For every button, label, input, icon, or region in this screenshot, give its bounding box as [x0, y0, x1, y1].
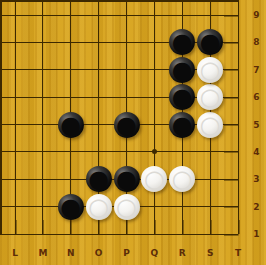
- intersection-P1[interactable]: [113, 220, 141, 247]
- intersection-T8[interactable]: [224, 29, 252, 56]
- intersection-M5[interactable]: [29, 111, 57, 138]
- intersection-L5[interactable]: [1, 111, 29, 138]
- intersection-S2[interactable]: [196, 193, 224, 220]
- white-stone-S6: ○: [197, 84, 223, 110]
- white-stone-glyph: ○: [200, 84, 221, 110]
- row-label-7: 7: [253, 65, 259, 75]
- intersection-T4[interactable]: [224, 138, 252, 165]
- row-label-3: 3: [253, 174, 259, 184]
- intersection-R4[interactable]: [168, 138, 196, 165]
- viewport-crop-border-top: [0, 0, 239, 2]
- intersection-O4[interactable]: [85, 138, 113, 165]
- intersection-P7[interactable]: [113, 56, 141, 83]
- white-stone-P2: ○: [114, 194, 140, 220]
- intersection-M3[interactable]: [29, 166, 57, 193]
- intersection-N4[interactable]: [57, 138, 85, 165]
- white-stone-glyph: ○: [88, 194, 109, 220]
- column-label-L: L: [12, 248, 18, 258]
- intersection-O7[interactable]: [85, 56, 113, 83]
- intersection-Q6[interactable]: [140, 83, 168, 110]
- white-stone-glyph: ○: [172, 166, 193, 192]
- intersection-P9[interactable]: [113, 1, 141, 28]
- black-stone-glyph: ●: [200, 29, 221, 55]
- black-stone-P5: ●: [114, 112, 140, 138]
- intersection-N6[interactable]: [57, 83, 85, 110]
- go-board[interactable]: ●●●●●●●●●●○○○○○○○ LMNOPQRST987654321: [0, 0, 266, 265]
- intersection-T1[interactable]: [224, 220, 252, 247]
- intersection-O8[interactable]: [85, 29, 113, 56]
- black-stone-glyph: ●: [172, 112, 193, 138]
- black-stone-glyph: ●: [60, 194, 81, 220]
- intersection-T2[interactable]: [224, 193, 252, 220]
- column-label-T: T: [235, 248, 241, 258]
- black-stone-R8: ●: [169, 29, 195, 55]
- black-stone-R5: ●: [169, 112, 195, 138]
- row-label-5: 5: [253, 120, 259, 130]
- white-stone-R3: ○: [169, 166, 195, 192]
- intersection-R2[interactable]: [168, 193, 196, 220]
- intersection-S1[interactable]: [196, 220, 224, 247]
- intersection-M4[interactable]: [29, 138, 57, 165]
- intersection-P8[interactable]: [113, 29, 141, 56]
- intersection-L7[interactable]: [1, 56, 29, 83]
- column-label-S: S: [207, 248, 213, 258]
- row-label-1: 1: [253, 229, 259, 239]
- black-stone-R6: ●: [169, 84, 195, 110]
- intersection-O1[interactable]: [85, 220, 113, 247]
- column-label-M: M: [38, 248, 47, 258]
- white-stone-glyph: ○: [144, 166, 165, 192]
- black-stone-N5: ●: [58, 112, 84, 138]
- intersection-O5[interactable]: [85, 111, 113, 138]
- row-label-2: 2: [253, 202, 259, 212]
- intersection-Q1[interactable]: [140, 220, 168, 247]
- black-stone-glyph: ●: [116, 166, 137, 192]
- intersection-L2[interactable]: [1, 193, 29, 220]
- white-stone-glyph: ○: [116, 194, 137, 220]
- white-stone-glyph: ○: [200, 112, 221, 138]
- intersection-L1[interactable]: [1, 220, 29, 247]
- intersection-N8[interactable]: [57, 29, 85, 56]
- white-stone-Q3: ○: [141, 166, 167, 192]
- row-label-4: 4: [253, 147, 259, 157]
- intersection-N3[interactable]: [57, 166, 85, 193]
- white-stone-S7: ○: [197, 57, 223, 83]
- intersection-Q2[interactable]: [140, 193, 168, 220]
- black-stone-glyph: ●: [172, 84, 193, 110]
- column-label-N: N: [67, 248, 75, 258]
- intersection-L3[interactable]: [1, 166, 29, 193]
- column-label-P: P: [123, 248, 130, 258]
- intersection-O6[interactable]: [85, 83, 113, 110]
- viewport-crop-border-left: [0, 0, 2, 235]
- black-stone-glyph: ●: [172, 57, 193, 83]
- intersection-L4[interactable]: [1, 138, 29, 165]
- intersection-R1[interactable]: [168, 220, 196, 247]
- intersection-O9[interactable]: [85, 1, 113, 28]
- intersection-M7[interactable]: [29, 56, 57, 83]
- white-stone-O2: ○: [86, 194, 112, 220]
- intersection-T6[interactable]: [224, 83, 252, 110]
- black-stone-glyph: ●: [172, 29, 193, 55]
- intersection-Q8[interactable]: [140, 29, 168, 56]
- intersection-L6[interactable]: [1, 83, 29, 110]
- intersection-M2[interactable]: [29, 193, 57, 220]
- intersection-L9[interactable]: [1, 1, 29, 28]
- intersection-N7[interactable]: [57, 56, 85, 83]
- black-stone-S8: ●: [197, 29, 223, 55]
- intersection-Q5[interactable]: [140, 111, 168, 138]
- intersection-N9[interactable]: [57, 1, 85, 28]
- go-app-screenshot: ●●●●●●●●●●○○○○○○○ LMNOPQRST987654321: [0, 0, 266, 265]
- intersection-M1[interactable]: [29, 220, 57, 247]
- black-stone-glyph: ●: [88, 166, 109, 192]
- column-label-R: R: [179, 248, 186, 258]
- black-stone-N2: ●: [58, 194, 84, 220]
- intersection-R9[interactable]: [168, 1, 196, 28]
- intersection-Q7[interactable]: [140, 56, 168, 83]
- intersection-Q4[interactable]: [140, 138, 168, 165]
- intersection-T7[interactable]: [224, 56, 252, 83]
- intersection-P6[interactable]: [113, 83, 141, 110]
- intersection-T9[interactable]: [224, 1, 252, 28]
- black-stone-glyph: ●: [116, 112, 137, 138]
- intersection-M6[interactable]: [29, 83, 57, 110]
- white-stone-glyph: ○: [200, 57, 221, 83]
- black-stone-glyph: ●: [60, 112, 81, 138]
- intersection-Q9[interactable]: [140, 1, 168, 28]
- intersection-S4[interactable]: [196, 138, 224, 165]
- black-stone-P3: ●: [114, 166, 140, 192]
- intersection-S3[interactable]: [196, 166, 224, 193]
- intersection-T5[interactable]: [224, 111, 252, 138]
- intersection-P4[interactable]: [113, 138, 141, 165]
- intersection-M8[interactable]: [29, 29, 57, 56]
- row-label-6: 6: [253, 92, 259, 102]
- intersection-M9[interactable]: [29, 1, 57, 28]
- intersection-N1[interactable]: [57, 220, 85, 247]
- column-label-Q: Q: [151, 248, 159, 258]
- intersection-S9[interactable]: [196, 1, 224, 28]
- intersection-T3[interactable]: [224, 166, 252, 193]
- row-label-9: 9: [253, 10, 259, 20]
- column-label-O: O: [95, 248, 103, 258]
- intersection-L8[interactable]: [1, 29, 29, 56]
- black-stone-O3: ●: [86, 166, 112, 192]
- row-label-8: 8: [253, 37, 259, 47]
- white-stone-S5: ○: [197, 112, 223, 138]
- black-stone-R7: ●: [169, 57, 195, 83]
